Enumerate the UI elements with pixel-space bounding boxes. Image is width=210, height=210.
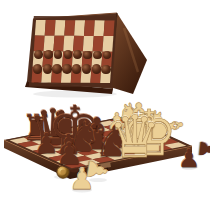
folded-board-square (100, 67, 111, 83)
folded-board-square (101, 52, 112, 68)
soft-shadow (72, 188, 92, 193)
magnet-base-center (60, 169, 65, 174)
folded-board-square (102, 36, 113, 52)
product-photo[interactable]: ♜♝♟♞♛♟♟♝♟♚♟♟♞♝♞♟♜♝♟♞♟♛♚♟♟♟♟♝ (0, 0, 210, 210)
folded-chessboard (31, 20, 114, 83)
soft-shadow (182, 166, 196, 170)
soft-shadow (89, 178, 107, 182)
folded-board-square (104, 20, 115, 36)
